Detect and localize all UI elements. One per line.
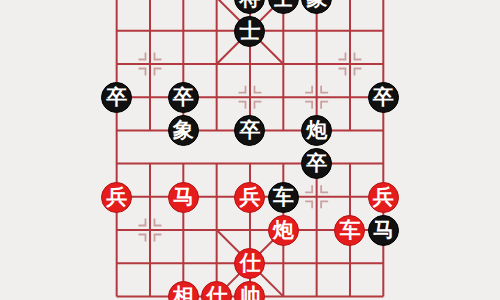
piece-black-soldier[interactable]: 卒: [101, 82, 132, 113]
xiangqi-screenshot: 将士象士卒卒卒象卒炮卒车马兵马兵兵炮车仕相仕帅: [0, 0, 500, 300]
piece-red-soldier[interactable]: 兵: [368, 182, 399, 213]
piece-black-soldier[interactable]: 卒: [301, 148, 332, 179]
piece-red-cannon[interactable]: 炮: [268, 215, 299, 246]
piece-black-soldier[interactable]: 卒: [368, 82, 399, 113]
piece-red-advisor[interactable]: 仕: [234, 248, 265, 279]
piece-black-cannon[interactable]: 炮: [301, 115, 332, 146]
piece-red-general[interactable]: 帅: [234, 281, 265, 300]
piece-red-advisor[interactable]: 仕: [201, 281, 232, 300]
piece-black-advisor[interactable]: 士: [268, 0, 299, 14]
piece-red-soldier[interactable]: 兵: [101, 182, 132, 213]
piece-black-soldier[interactable]: 卒: [168, 82, 199, 113]
piece-black-elephant[interactable]: 象: [168, 115, 199, 146]
piece-black-elephant[interactable]: 象: [301, 0, 332, 14]
piece-black-soldier[interactable]: 卒: [234, 115, 265, 146]
piece-red-chariot[interactable]: 车: [334, 215, 365, 246]
piece-red-horse[interactable]: 马: [168, 182, 199, 213]
piece-black-horse[interactable]: 马: [368, 215, 399, 246]
piece-black-general[interactable]: 将: [234, 0, 265, 14]
piece-black-chariot[interactable]: 车: [268, 182, 299, 213]
pieces-layer: 将士象士卒卒卒象卒炮卒车马兵马兵兵炮车仕相仕帅: [100, 0, 400, 300]
piece-red-soldier[interactable]: 兵: [234, 182, 265, 213]
piece-black-advisor[interactable]: 士: [234, 16, 265, 47]
xiangqi-board[interactable]: 将士象士卒卒卒象卒炮卒车马兵马兵兵炮车仕相仕帅: [100, 0, 400, 300]
piece-red-elephant[interactable]: 相: [168, 281, 199, 300]
